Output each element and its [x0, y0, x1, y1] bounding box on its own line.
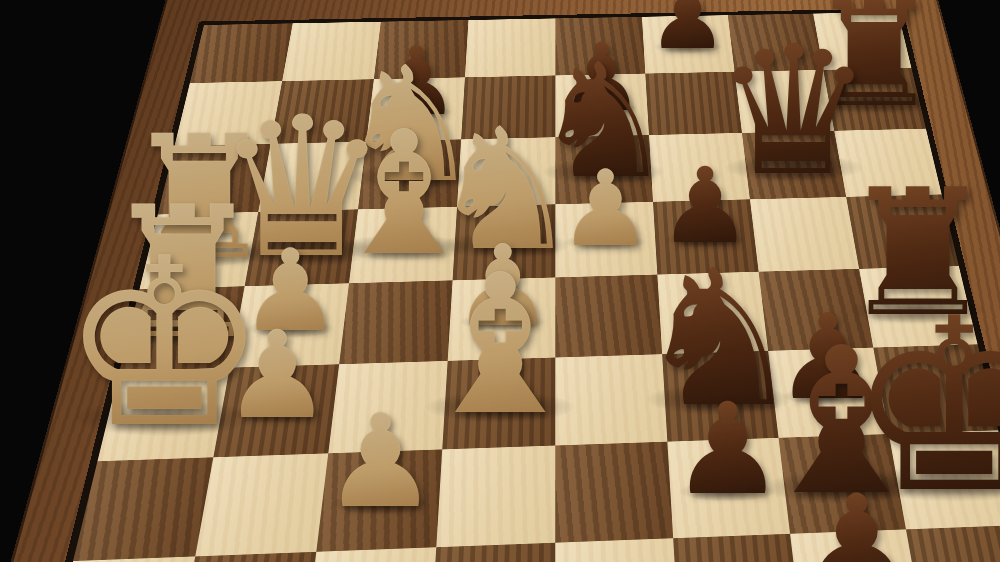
square-d1: [139, 212, 258, 289]
square-e2: [230, 283, 349, 367]
square-c3: [358, 139, 461, 209]
square-c6: [649, 133, 750, 202]
square-b5: [555, 74, 649, 138]
square-g2: [195, 453, 328, 556]
square-f8: [873, 344, 998, 434]
square-c4: [457, 137, 555, 207]
square-a3: [374, 20, 469, 79]
square-a8: [813, 12, 911, 70]
square-e3: [339, 280, 452, 364]
square-b6: [645, 72, 742, 135]
square-c1: [158, 144, 271, 215]
square-g3: [316, 449, 442, 551]
square-h7: [790, 529, 925, 562]
chessboard-photo: ♟♟♟♜♞♞♛♜♛♝♞♟♟♜♟♟♜♚♟♝♞♟♟♟♝♚♟: [0, 0, 1000, 562]
square-h6: [673, 534, 803, 562]
square-f5: [555, 354, 667, 445]
square-a4: [465, 18, 556, 77]
square-g4: [436, 446, 555, 548]
square-e8: [859, 266, 977, 348]
square-e1: [119, 286, 244, 371]
square-e7: [759, 269, 874, 351]
square-e4: [448, 277, 556, 360]
square-f2: [213, 364, 339, 457]
square-b4: [461, 75, 555, 139]
square-d8: [846, 194, 959, 268]
square-e6: [657, 272, 768, 354]
square-c2: [258, 142, 366, 212]
square-b3: [366, 77, 465, 141]
square-d3: [349, 207, 457, 283]
square-a7: [728, 14, 823, 72]
square-h5: [555, 538, 679, 562]
square-c7: [742, 131, 846, 200]
chess-board: [46, 12, 1000, 562]
square-d2: [245, 209, 358, 286]
square-g5: [555, 442, 673, 543]
square-b1: [174, 81, 282, 146]
square-g1: [73, 457, 213, 561]
square-d6: [653, 199, 759, 274]
square-h8: [906, 525, 1000, 562]
square-d5: [555, 202, 657, 278]
square-g6: [667, 438, 790, 538]
square-g7: [779, 434, 906, 534]
square-e5: [555, 275, 662, 358]
square-b8: [823, 68, 926, 131]
square-f4: [442, 358, 555, 450]
square-d4: [453, 204, 556, 280]
square-c5: [555, 135, 653, 204]
square-g8: [889, 430, 1000, 529]
square-a5: [555, 17, 645, 76]
square-b2: [271, 79, 374, 144]
square-d7: [750, 197, 859, 272]
square-f3: [328, 361, 447, 453]
square-f7: [768, 348, 889, 438]
square-b7: [735, 70, 835, 133]
square-c8: [834, 129, 941, 197]
square-f1: [97, 368, 229, 462]
square-f6: [662, 351, 778, 442]
square-a1: [190, 23, 293, 83]
square-a2: [282, 22, 381, 81]
square-a6: [642, 15, 735, 73]
